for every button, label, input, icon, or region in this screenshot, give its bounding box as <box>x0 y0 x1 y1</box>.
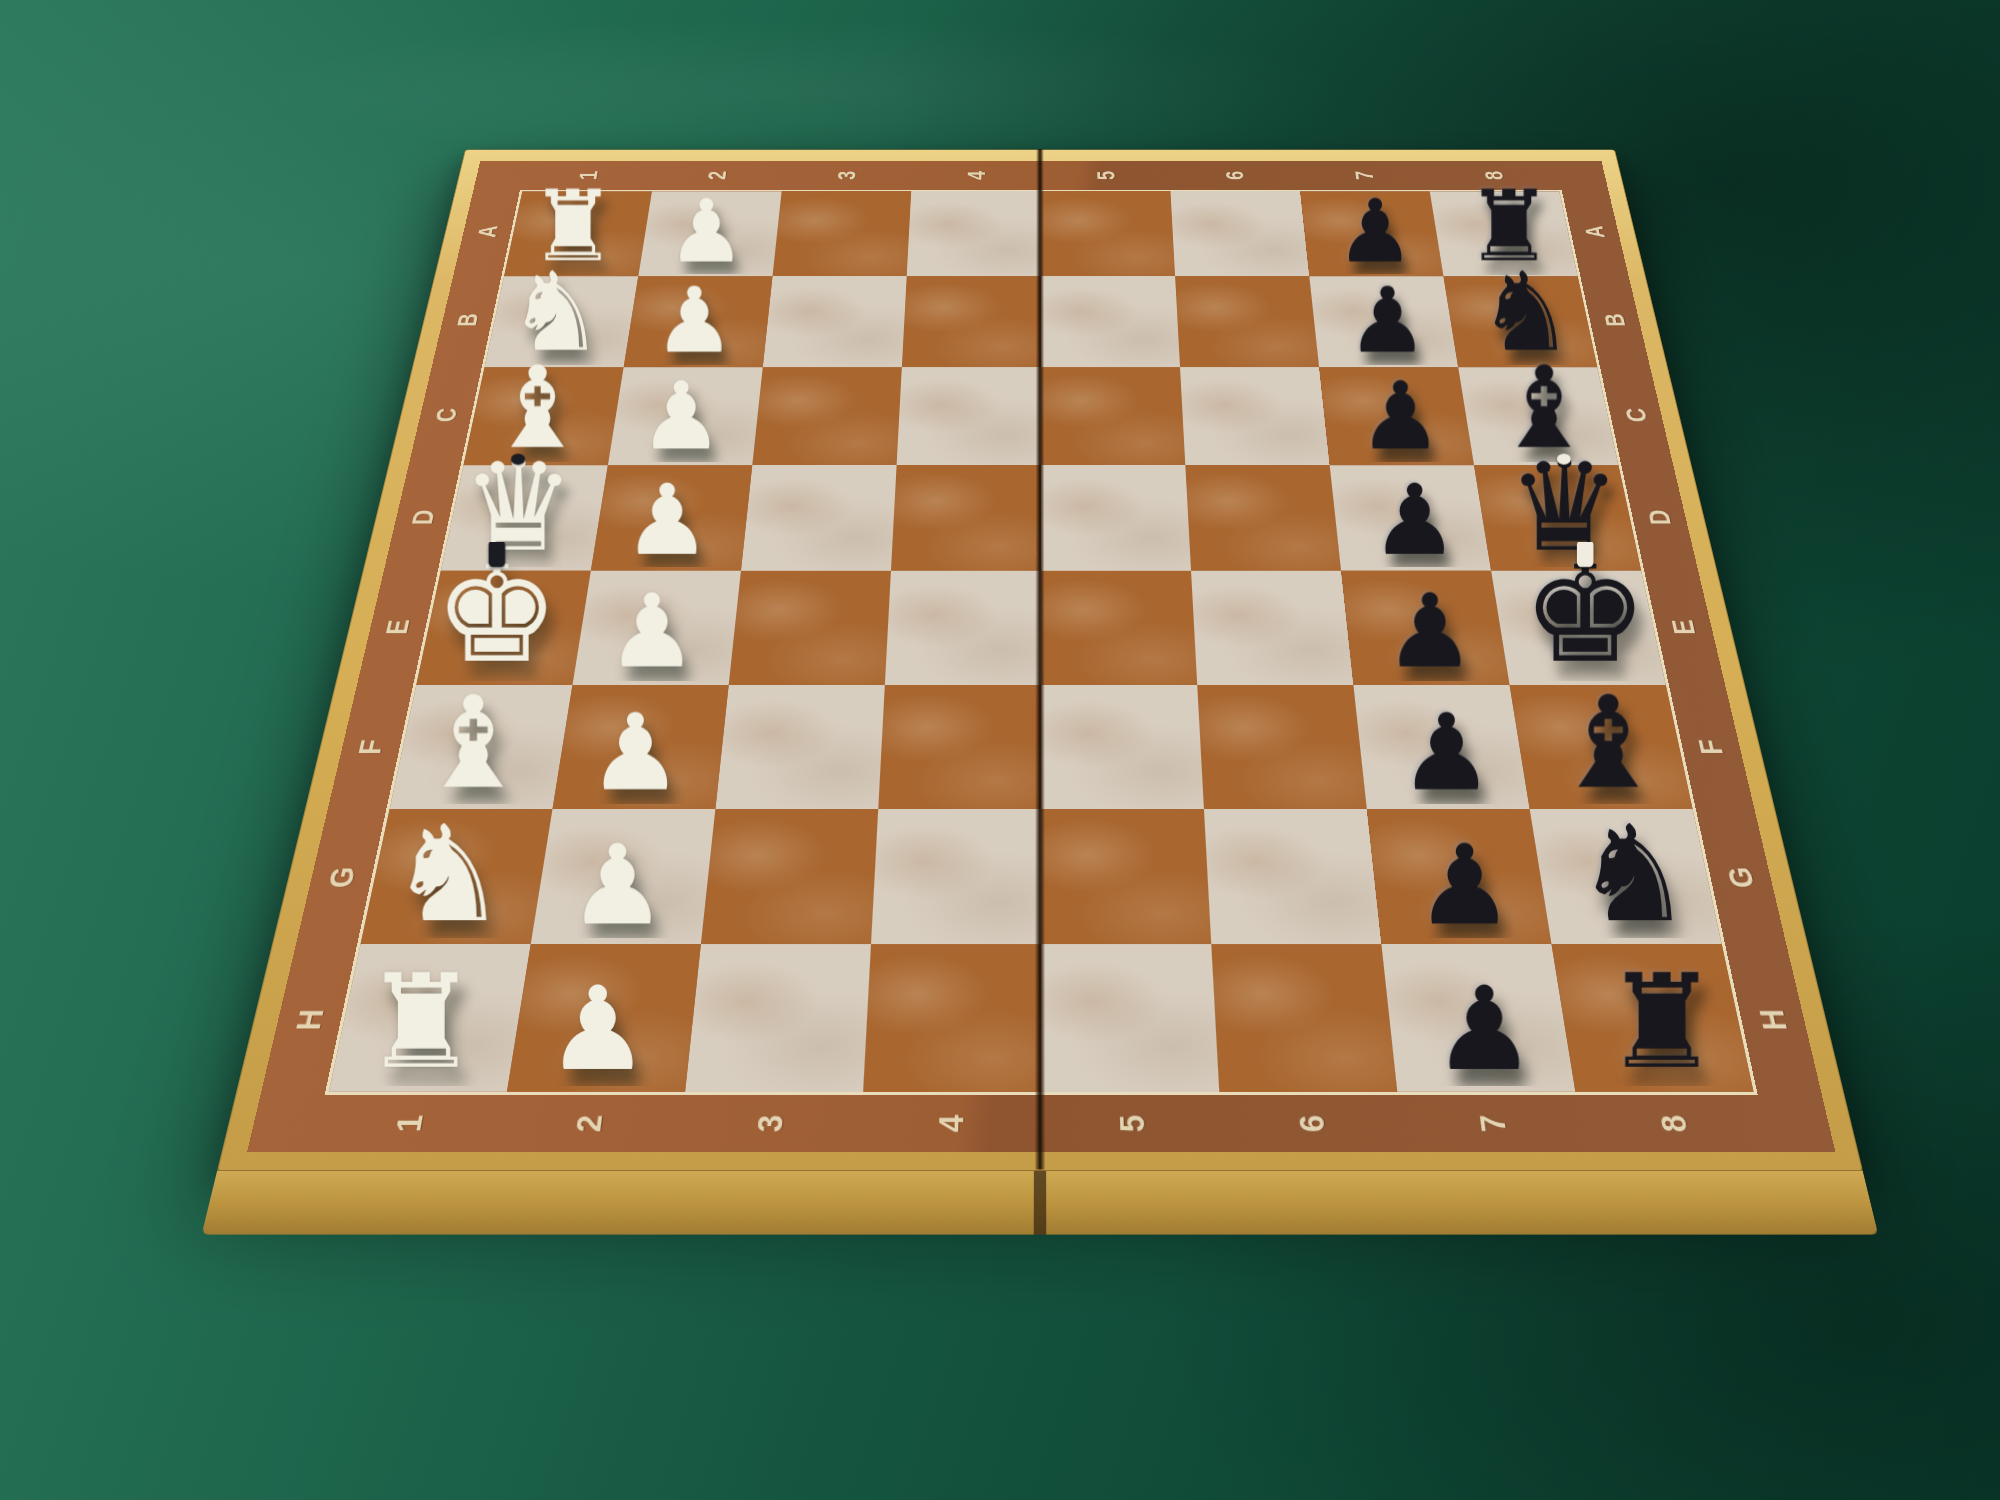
coord-label-right-e: E <box>1665 619 1703 635</box>
piece-white-pawn-e2[interactable]: ♟ <box>606 581 697 683</box>
piece-white-knight-g1[interactable]: ♞ <box>389 807 508 940</box>
coord-label-right-a: A <box>1578 225 1611 238</box>
square-c5[interactable] <box>1041 367 1185 465</box>
square-b3[interactable] <box>763 276 907 367</box>
coord-label-bottom-8: 8 <box>1651 1114 1695 1133</box>
coord-label-top-3: 3 <box>832 170 862 180</box>
king-finial <box>489 540 506 567</box>
square-b5[interactable] <box>1041 276 1180 367</box>
queen-finial <box>1557 454 1571 465</box>
square-g6[interactable] <box>1204 809 1381 944</box>
coord-label-right-f: F <box>1691 739 1731 755</box>
square-e6[interactable] <box>1191 571 1353 685</box>
square-h7[interactable]: ♟ <box>1381 944 1575 1092</box>
square-g8[interactable]: ♞ <box>1530 809 1722 944</box>
square-h2[interactable]: ♟ <box>507 944 701 1092</box>
square-b2[interactable]: ♟ <box>624 276 773 367</box>
square-a2[interactable]: ♟ <box>638 191 781 276</box>
square-a3[interactable] <box>773 191 912 276</box>
piece-white-pawn-d2[interactable]: ♟ <box>623 471 711 569</box>
square-c7[interactable]: ♟ <box>1319 367 1474 465</box>
piece-white-pawn-h2[interactable]: ♟ <box>546 971 650 1087</box>
piece-black-king-e8[interactable]: ♚ <box>1522 542 1648 683</box>
piece-black-pawn-d7[interactable]: ♟ <box>1371 471 1459 569</box>
piece-black-pawn-a7[interactable]: ♟ <box>1336 188 1414 275</box>
queen-finial <box>511 454 525 465</box>
square-f1[interactable]: ♝ <box>390 685 573 809</box>
square-f2[interactable]: ♟ <box>553 685 729 809</box>
square-d6[interactable] <box>1185 465 1341 571</box>
coord-label-left-g: G <box>320 866 363 888</box>
square-g4[interactable] <box>871 809 1041 944</box>
square-d7[interactable]: ♟ <box>1330 465 1491 571</box>
square-e1[interactable]: ♚ <box>416 571 591 685</box>
piece-black-bishop-f8[interactable]: ♝ <box>1551 678 1665 806</box>
square-e7[interactable]: ♟ <box>1341 571 1510 685</box>
piece-white-pawn-g2[interactable]: ♟ <box>568 829 667 940</box>
piece-white-pawn-a2[interactable]: ♟ <box>667 188 745 275</box>
coord-label-left-h: H <box>287 1008 332 1030</box>
square-e2[interactable]: ♟ <box>572 571 740 685</box>
square-e8[interactable]: ♚ <box>1491 571 1666 685</box>
square-f4[interactable] <box>878 685 1041 809</box>
square-f6[interactable] <box>1197 685 1367 809</box>
square-c2[interactable]: ♟ <box>608 367 763 465</box>
coord-label-left-e: E <box>379 619 417 635</box>
coord-label-top-5: 5 <box>1091 170 1120 180</box>
coord-label-bottom-6: 6 <box>1291 1114 1333 1133</box>
piece-black-pawn-g7[interactable]: ♟ <box>1415 829 1514 940</box>
piece-black-pawn-c7[interactable]: ♟ <box>1358 369 1442 463</box>
coord-label-bottom-7: 7 <box>1471 1114 1514 1133</box>
piece-black-pawn-e7[interactable]: ♟ <box>1384 581 1475 683</box>
coord-label-right-b: B <box>1597 313 1631 327</box>
square-b6[interactable] <box>1175 276 1319 367</box>
piece-black-pawn-h7[interactable]: ♟ <box>1433 971 1537 1087</box>
square-h1[interactable]: ♜ <box>329 944 531 1092</box>
square-a6[interactable] <box>1170 191 1309 276</box>
piece-black-knight-g8[interactable]: ♞ <box>1574 807 1693 940</box>
square-h8[interactable]: ♜ <box>1552 944 1754 1092</box>
piece-white-pawn-c2[interactable]: ♟ <box>639 369 723 463</box>
coord-label-bottom-2: 2 <box>568 1114 611 1133</box>
square-d3[interactable] <box>741 465 897 571</box>
piece-white-pawn-b2[interactable]: ♟ <box>654 275 735 366</box>
square-c4[interactable] <box>897 367 1041 465</box>
piece-white-rook-h1[interactable]: ♜ <box>363 957 480 1087</box>
square-c3[interactable] <box>752 367 902 465</box>
square-h5[interactable] <box>1041 944 1219 1092</box>
square-f3[interactable] <box>715 685 884 809</box>
coord-label-bottom-5: 5 <box>1111 1114 1152 1133</box>
coord-label-right-g: G <box>1719 866 1762 888</box>
coord-label-left-a: A <box>471 225 504 238</box>
coord-label-left-c: C <box>428 407 463 422</box>
square-e4[interactable] <box>885 571 1041 685</box>
square-g7[interactable]: ♟ <box>1367 809 1552 944</box>
square-d5[interactable] <box>1041 465 1191 571</box>
table-felt: 12345678 12345678 ABCDEFGH ABCDEFGH ♜♟♟♜… <box>0 0 2000 1500</box>
square-e3[interactable] <box>729 571 891 685</box>
square-h3[interactable] <box>685 944 871 1092</box>
square-g5[interactable] <box>1041 809 1211 944</box>
piece-black-pawn-b7[interactable]: ♟ <box>1347 275 1428 366</box>
coord-label-top-7: 7 <box>1349 170 1379 180</box>
square-f7[interactable]: ♟ <box>1353 685 1529 809</box>
square-a4[interactable] <box>907 191 1041 276</box>
square-g3[interactable] <box>701 809 878 944</box>
board-rim: 12345678 12345678 ABCDEFGH ABCDEFGH ♜♟♟♜… <box>217 150 1863 1172</box>
coord-label-top-4: 4 <box>961 170 990 180</box>
square-h6[interactable] <box>1211 944 1397 1092</box>
square-g2[interactable]: ♟ <box>531 809 716 944</box>
square-d4[interactable] <box>891 465 1041 571</box>
coord-label-left-f: F <box>351 739 391 755</box>
square-b4[interactable] <box>902 276 1041 367</box>
square-g1[interactable]: ♞ <box>361 809 553 944</box>
square-b7[interactable]: ♟ <box>1309 276 1458 367</box>
coord-label-right-c: C <box>1618 407 1653 422</box>
coord-label-right-h: H <box>1750 1008 1795 1030</box>
piece-white-king-e1[interactable]: ♚ <box>434 542 560 683</box>
coord-label-bottom-3: 3 <box>749 1114 791 1133</box>
square-e5[interactable] <box>1041 571 1197 685</box>
square-f8[interactable]: ♝ <box>1510 685 1693 809</box>
square-c6[interactable] <box>1180 367 1330 465</box>
piece-black-pawn-f7[interactable]: ♟ <box>1399 700 1494 806</box>
square-f5[interactable] <box>1041 685 1204 809</box>
coord-label-bottom-1: 1 <box>387 1114 431 1133</box>
board-fold-seam <box>1035 149 1046 1170</box>
coord-label-left-d: D <box>405 509 442 525</box>
board-box-front-edge <box>202 1170 1879 1235</box>
piece-black-rook-h8[interactable]: ♜ <box>1603 957 1720 1087</box>
king-finial <box>1577 540 1594 567</box>
coord-label-bottom-4: 4 <box>930 1114 971 1133</box>
square-a5[interactable] <box>1041 191 1175 276</box>
square-h4[interactable] <box>863 944 1041 1092</box>
coord-label-right-d: D <box>1640 509 1677 525</box>
coord-label-left-b: B <box>450 313 484 327</box>
piece-white-pawn-f2[interactable]: ♟ <box>588 700 683 806</box>
square-d2[interactable]: ♟ <box>591 465 752 571</box>
coord-label-top-6: 6 <box>1220 170 1250 180</box>
square-a7[interactable]: ♟ <box>1300 191 1443 276</box>
piece-white-bishop-f1[interactable]: ♝ <box>416 678 530 806</box>
chess-board: 12345678 12345678 ABCDEFGH ABCDEFGH ♜♟♟♜… <box>217 150 1863 1172</box>
coord-label-top-2: 2 <box>702 170 732 180</box>
